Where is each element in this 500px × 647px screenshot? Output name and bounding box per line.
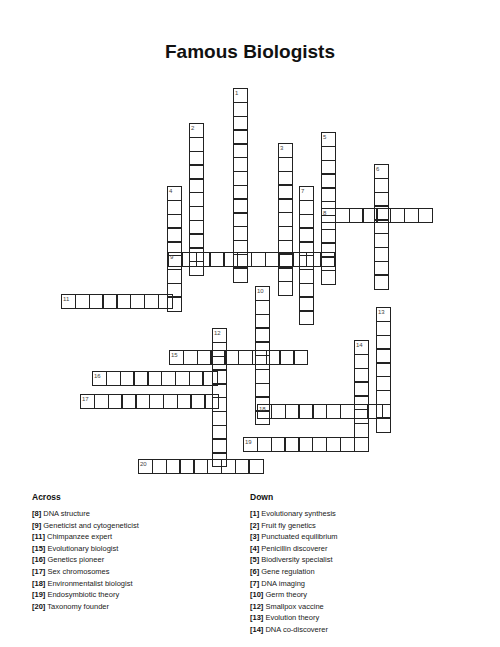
clue-item-6: [6] Gene regulation: [250, 566, 465, 578]
cell-6-down-8[interactable]: [374, 274, 389, 289]
clue-item-8: [8] DNA structure: [32, 508, 247, 520]
across-clue-list: [8] DNA structure[9] Geneticist and cyto…: [32, 508, 247, 612]
clue-number: [18]: [32, 579, 45, 588]
cell-11-across-7[interactable]: [158, 294, 173, 309]
clue-number: [5]: [250, 555, 259, 564]
clue-item-10: [10] Germ theory: [250, 589, 465, 601]
clue-item-11: [11] Chimpanzee expert: [32, 531, 247, 543]
clue-item-13: [13] Evolution theory: [250, 612, 465, 624]
word-11-across: 11: [61, 294, 173, 309]
cell-14-down-7[interactable]: [354, 437, 369, 452]
clue-number: [14]: [250, 625, 263, 634]
clue-number: [7]: [250, 579, 259, 588]
cell-number: 11: [63, 296, 69, 302]
word-20-across: 20: [138, 459, 264, 474]
cell-number: 18: [259, 406, 266, 412]
cell-number: 6: [376, 166, 379, 172]
clue-item-9: [9] Geneticist and cytogeneticist: [32, 520, 247, 532]
down-header: Down: [250, 492, 465, 502]
clue-item-18: [18] Environmentalist biologist: [32, 578, 247, 590]
clue-item-5: [5] Biodiversity specialist: [250, 554, 465, 566]
word-9-across: 9: [168, 252, 335, 267]
clue-item-1: [1] Evolutionary synthesis: [250, 508, 465, 520]
worksheet-page: Famous Biologists 1234567891011121314151…: [0, 0, 500, 647]
cell-number: 2: [191, 125, 194, 131]
clue-item-3: [3] Punctuated equilibrium: [250, 531, 465, 543]
cell-20-across-8[interactable]: [248, 459, 263, 474]
cell-13-down-8[interactable]: [376, 417, 391, 432]
clue-number: [15]: [32, 544, 45, 553]
down-clues-section: Down [1] Evolutionary synthesis[2] Fruit…: [250, 492, 465, 636]
cell-number: 1: [235, 90, 238, 96]
cell-7-down-9[interactable]: [299, 310, 314, 325]
word-16-across: 16: [92, 371, 218, 386]
across-header: Across: [32, 492, 247, 502]
clue-item-19: [19] Endosymbiotic theory: [32, 589, 247, 601]
clue-number: [20]: [32, 602, 45, 611]
word-15-across: 15: [169, 350, 308, 365]
cell-3-down-10[interactable]: [278, 281, 293, 296]
cell-number: 9: [170, 254, 173, 260]
word-4-down: 4: [167, 186, 182, 312]
cell-number: 20: [140, 461, 147, 467]
cell-5-down-10[interactable]: [321, 270, 336, 285]
cell-number: 15: [171, 352, 178, 358]
cell-17-across-9[interactable]: [204, 394, 219, 409]
word-3-down: 3: [278, 143, 293, 296]
clue-number: [17]: [32, 567, 45, 576]
cell-8-across-7[interactable]: [418, 208, 433, 223]
across-clues-section: Across [8] DNA structure[9] Geneticist a…: [32, 492, 247, 612]
word-17-across: 17: [80, 394, 219, 409]
cell-number: 14: [356, 342, 363, 348]
cell-number: 4: [169, 188, 172, 194]
clue-item-20: [20] Taxonomy founder: [32, 601, 247, 613]
clue-number: [4]: [250, 544, 259, 553]
word-14-down: 14: [354, 340, 369, 452]
clue-number: [13]: [250, 613, 263, 622]
clue-item-17: [17] Sex chromosomes: [32, 566, 247, 578]
clue-number: [10]: [250, 590, 263, 599]
clue-number: [6]: [250, 567, 259, 576]
word-6-down: 6: [374, 164, 389, 290]
clue-number: [9]: [32, 521, 41, 530]
cell-number: 10: [257, 288, 264, 294]
clue-number: [11]: [32, 532, 45, 541]
cell-number: 16: [94, 373, 101, 379]
crossword-grid: 1234567891011121314151617181920: [0, 0, 500, 500]
clue-number: [19]: [32, 590, 45, 599]
clue-number: [3]: [250, 532, 259, 541]
clue-item-7: [7] DNA imaging: [250, 578, 465, 590]
clue-number: [12]: [250, 602, 263, 611]
cell-9-across-11[interactable]: [320, 252, 335, 267]
cell-number: 3: [280, 145, 283, 151]
clue-item-15: [15] Evolutionary biologist: [32, 543, 247, 555]
cell-number: 17: [82, 396, 89, 402]
clue-item-16: [16] Genetics pioneer: [32, 554, 247, 566]
cell-15-across-9[interactable]: [293, 350, 308, 365]
down-clue-list: [1] Evolutionary synthesis[2] Fruit fly …: [250, 508, 465, 636]
cell-number: 19: [245, 439, 252, 445]
clue-number: [1]: [250, 509, 259, 518]
cell-16-across-8[interactable]: [202, 371, 217, 386]
word-18-across: 18: [257, 404, 383, 419]
clue-item-14: [14] DNA co-discoverer: [250, 624, 465, 636]
clue-number: [2]: [250, 521, 259, 530]
cell-number: 12: [214, 330, 221, 336]
clue-item-2: [2] Fruit fly genetics: [250, 520, 465, 532]
clue-item-12: [12] Smallpox vaccine: [250, 601, 465, 613]
word-19-across: 19: [243, 437, 355, 452]
cell-number: 7: [301, 188, 304, 194]
cell-number: 5: [323, 134, 326, 140]
cell-number: 13: [378, 309, 385, 315]
cell-number: 8: [323, 210, 326, 216]
clue-item-4: [4] Penicillin discoverer: [250, 543, 465, 555]
cell-18-across-8[interactable]: [367, 404, 382, 419]
cell-1-down-13[interactable]: [233, 267, 248, 282]
word-8-across: 8: [321, 208, 433, 223]
clue-number: [16]: [32, 555, 45, 564]
clue-number: [8]: [32, 509, 41, 518]
cell-19-across-7[interactable]: [340, 437, 355, 452]
